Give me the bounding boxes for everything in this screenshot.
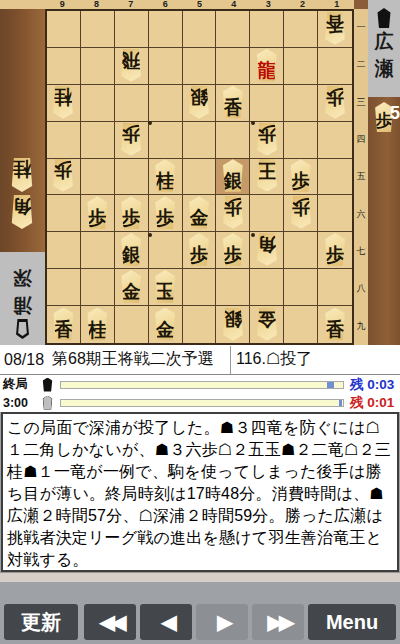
piece-gote: 銀	[184, 86, 213, 119]
sente-piece-stand: 歩5	[368, 97, 400, 345]
square-4-7[interactable]: 歩	[216, 232, 250, 269]
square-4-9[interactable]: 銀	[216, 306, 250, 343]
board-frame	[0, 0, 45, 9]
file-label: 9	[45, 0, 79, 9]
square-8-9[interactable]: 桂	[81, 306, 115, 343]
square-2-7[interactable]	[284, 232, 318, 269]
square-6-9[interactable]: 金	[149, 306, 183, 343]
file-label: 1	[320, 0, 354, 9]
clock-row-sente: 終局残 0:03	[0, 377, 400, 392]
piece-sente: 歩	[321, 233, 350, 266]
square-3-3[interactable]	[250, 85, 284, 122]
square-5-5[interactable]	[183, 159, 217, 196]
gote-piece-icon	[14, 319, 32, 339]
square-4-2[interactable]	[216, 48, 250, 85]
piece-sente: 銀	[218, 159, 247, 192]
rank-label: 四	[354, 121, 368, 158]
piece-gote: 角	[7, 195, 37, 229]
clock-label: 3:00	[3, 396, 39, 410]
sente-piece-icon	[375, 8, 393, 28]
square-9-8[interactable]	[47, 269, 81, 306]
square-6-4[interactable]	[149, 122, 183, 159]
time-bar-marker	[339, 400, 342, 406]
square-1-7[interactable]: 歩	[318, 232, 352, 269]
board-region: 987654321 桂角 浦深 香飛龍桂銀香歩歩歩歩桂銀王歩歩歩歩金歩歩銀歩歩角…	[0, 0, 400, 345]
rank-labels: 一二三四五六七八九	[354, 9, 368, 345]
piece-gote: 王	[252, 159, 281, 192]
square-4-8[interactable]	[216, 269, 250, 306]
piece-sente: 金	[184, 196, 213, 229]
square-9-2[interactable]	[47, 48, 81, 85]
square-7-8[interactable]: 金	[115, 269, 149, 306]
square-9-5[interactable]: 歩	[47, 159, 81, 196]
piece-sente: 歩	[151, 196, 180, 229]
file-label: 6	[148, 0, 182, 9]
square-8-4[interactable]	[81, 122, 115, 159]
piece-sente: 桂	[151, 159, 180, 192]
square-9-6[interactable]	[47, 195, 81, 232]
shogi-app: 987654321 桂角 浦深 香飛龍桂銀香歩歩歩歩桂銀王歩歩歩歩金歩歩銀歩歩角…	[0, 0, 400, 644]
piece-gote: 歩	[321, 86, 350, 119]
square-4-4[interactable]	[216, 122, 250, 159]
toolbar: 更新◀◀◀▶▶▶Menu	[0, 582, 400, 644]
sente-name-plate: 広瀬	[368, 0, 400, 97]
square-2-8[interactable]	[284, 269, 318, 306]
current-move-label: 116.☖投了	[236, 349, 312, 370]
square-5-1[interactable]	[183, 11, 217, 48]
game-date: 08/18	[4, 351, 52, 369]
square-4-5[interactable]: 銀	[216, 159, 250, 196]
square-3-1[interactable]	[250, 11, 284, 48]
square-7-6[interactable]: 歩	[115, 195, 149, 232]
square-1-6[interactable]	[318, 195, 352, 232]
square-3-4[interactable]: 歩	[250, 122, 284, 159]
clock-label: 終局	[3, 376, 39, 393]
square-3-8[interactable]	[250, 269, 284, 306]
piece-gote: 歩	[49, 159, 78, 192]
piece-gote: 桂	[49, 86, 78, 119]
header-divider	[230, 346, 231, 374]
square-5-3[interactable]: 銀	[183, 85, 217, 122]
piece-gote: 銀	[218, 307, 247, 340]
step-forward-fast-button[interactable]: ▶▶	[252, 604, 304, 640]
square-4-3[interactable]: 香	[216, 85, 250, 122]
square-5-2[interactable]	[183, 48, 217, 85]
square-9-9[interactable]: 香	[47, 306, 81, 343]
game-info-bar: 08/18 第68期王将戦二次予選 116.☖投了	[0, 345, 400, 375]
square-8-3[interactable]	[81, 85, 115, 122]
square-7-7[interactable]: 銀	[115, 232, 149, 269]
rank-label: 三	[354, 84, 368, 121]
square-1-9[interactable]: 香	[318, 306, 352, 343]
time-bar-marker	[327, 382, 334, 388]
piece-sente: 桂	[83, 307, 112, 340]
square-6-5[interactable]: 桂	[149, 159, 183, 196]
square-1-2[interactable]	[318, 48, 352, 85]
square-7-1[interactable]	[115, 11, 149, 48]
time-bar-sente	[60, 381, 344, 389]
square-1-3[interactable]: 歩	[318, 85, 352, 122]
square-2-9[interactable]	[284, 306, 318, 343]
piece-sente: 歩	[184, 233, 213, 266]
rank-label: 八	[354, 270, 368, 307]
square-5-8[interactable]	[183, 269, 217, 306]
piece-sente: 香	[49, 307, 78, 340]
square-1-8[interactable]	[318, 269, 352, 306]
piece-sente: 金	[117, 270, 146, 303]
menu-button[interactable]: Menu	[308, 604, 396, 640]
square-8-1[interactable]	[81, 11, 115, 48]
file-label: 3	[251, 0, 285, 9]
board-star-dot	[251, 233, 255, 237]
board-star-dot	[251, 121, 255, 125]
piece-gote: 角	[252, 233, 281, 266]
square-7-2[interactable]: 飛	[115, 48, 149, 85]
piece-sente: 金	[151, 307, 180, 340]
square-7-9[interactable]	[115, 306, 149, 343]
square-1-1[interactable]: 香	[318, 11, 352, 48]
update-button[interactable]: 更新	[4, 604, 78, 640]
square-8-2[interactable]	[81, 48, 115, 85]
file-labels: 987654321	[45, 0, 354, 9]
piece-gote: 香	[321, 12, 350, 45]
gote-hand-pieces: 桂角	[7, 155, 38, 232]
square-8-7[interactable]	[81, 232, 115, 269]
rank-label: 九	[354, 308, 368, 345]
commentary-box[interactable]: この局面で深浦が投了した。☗３四竜を防ぐには☖１二角しかないが、☗３六歩☖２五玉…	[1, 412, 399, 572]
square-1-5[interactable]	[318, 159, 352, 196]
board-star-dot	[148, 233, 152, 237]
piece-gote: 桂	[7, 158, 37, 192]
event-title: 第68期王将戦二次予選	[52, 349, 230, 370]
commentary-text: この局面で深浦が投了した。☗３四竜を防ぐには☖１二角しかないが、☗３六歩☖２五玉…	[7, 417, 393, 571]
piece-sente: 歩	[218, 233, 247, 266]
square-9-7[interactable]	[47, 232, 81, 269]
piece-sente: 歩	[286, 159, 315, 192]
clock-panel: 終局残 0:033:00残 0:01	[0, 375, 400, 412]
square-6-3[interactable]	[149, 85, 183, 122]
step-forward-button[interactable]: ▶	[196, 604, 248, 640]
square-2-4[interactable]	[284, 122, 318, 159]
piece-sente: 香	[321, 307, 350, 340]
square-4-6[interactable]: 歩	[216, 195, 250, 232]
file-label: 2	[285, 0, 319, 9]
time-bar-gote	[60, 399, 344, 407]
square-3-9[interactable]: 金	[250, 306, 284, 343]
square-3-6[interactable]	[250, 195, 284, 232]
square-8-8[interactable]	[81, 269, 115, 306]
square-9-1[interactable]	[47, 11, 81, 48]
piece-sente: 歩	[117, 196, 146, 229]
piece-sente: 香	[218, 86, 247, 119]
square-2-5[interactable]: 歩	[284, 159, 318, 196]
square-9-4[interactable]	[47, 122, 81, 159]
piece-sente: 歩	[83, 196, 112, 229]
square-6-8[interactable]: 玉	[149, 269, 183, 306]
square-5-4[interactable]	[183, 122, 217, 159]
rank-label: 七	[354, 233, 368, 270]
piece-sente: 銀	[117, 233, 146, 266]
piece-gote: 歩	[252, 122, 281, 155]
square-6-1[interactable]	[149, 11, 183, 48]
piece-sente: 玉	[151, 270, 180, 303]
sente-name: 広瀬	[375, 28, 394, 82]
piece-gote: 歩	[117, 122, 146, 155]
square-6-6[interactable]: 歩	[149, 195, 183, 232]
square-8-5[interactable]	[81, 159, 115, 196]
piece-gote: 歩	[286, 196, 315, 229]
step-back-button[interactable]: ◀	[140, 604, 192, 640]
square-5-9[interactable]	[183, 306, 217, 343]
rank-label: 二	[354, 46, 368, 83]
piece-gote: 歩	[218, 196, 247, 229]
rank-label: 六	[354, 196, 368, 233]
file-label: 7	[114, 0, 148, 9]
square-5-7[interactable]: 歩	[183, 232, 217, 269]
gote-name: 浦深	[13, 265, 32, 319]
file-label: 8	[79, 0, 113, 9]
piece-sente: 龍	[252, 49, 281, 82]
remaining-time: 残 0:03	[350, 376, 400, 394]
square-3-7[interactable]: 角	[250, 232, 284, 269]
square-7-3[interactable]	[115, 85, 149, 122]
square-5-6[interactable]: 金	[183, 195, 217, 232]
gote-clock-icon	[41, 396, 54, 410]
piece-gote: 金	[252, 307, 281, 340]
square-6-7[interactable]	[149, 232, 183, 269]
clock-row-gote: 3:00残 0:01	[0, 395, 400, 410]
square-1-4[interactable]	[318, 122, 352, 159]
square-6-2[interactable]	[149, 48, 183, 85]
step-back-fast-button[interactable]: ◀◀	[84, 604, 136, 640]
gote-name-plate: 浦深	[0, 252, 45, 345]
board-star-dot	[148, 121, 152, 125]
rank-label: 一	[354, 9, 368, 46]
square-8-6[interactable]: 歩	[81, 195, 115, 232]
square-3-2[interactable]: 龍	[250, 48, 284, 85]
square-3-5[interactable]: 王	[250, 159, 284, 196]
square-2-3[interactable]	[284, 85, 318, 122]
rank-label: 五	[354, 158, 368, 195]
shogi-board: 香飛龍桂銀香歩歩歩歩桂銀王歩歩歩歩金歩歩銀歩歩角歩金玉香桂金銀金香	[45, 9, 354, 345]
piece-gote: 飛	[117, 49, 146, 82]
gote-piece-stand: 桂角 浦深	[0, 9, 45, 345]
square-2-2[interactable]	[284, 48, 318, 85]
square-9-3[interactable]: 桂	[47, 85, 81, 122]
remaining-time: 残 0:01	[350, 394, 400, 412]
file-label: 5	[182, 0, 216, 9]
square-7-4[interactable]: 歩	[115, 122, 149, 159]
sente-hand-count: 5	[390, 103, 400, 124]
file-label: 4	[217, 0, 251, 9]
square-7-5[interactable]	[115, 159, 149, 196]
sente-clock-icon	[41, 378, 54, 392]
square-4-1[interactable]	[216, 11, 250, 48]
square-2-6[interactable]: 歩	[284, 195, 318, 232]
square-2-1[interactable]	[284, 11, 318, 48]
